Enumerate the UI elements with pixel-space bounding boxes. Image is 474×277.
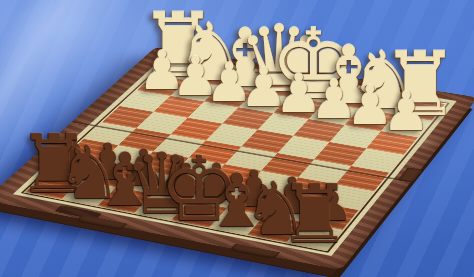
- blue-tablecloth-background: ♜♞♝♛♚♝♞♜♟♟♟♟♟♟♟♟♟♟♟♟♟♟♟♟♜♞♝♛♚♝♞♜: [0, 0, 474, 277]
- board-foot-left: [75, 215, 127, 230]
- board-foot-right: [229, 244, 280, 260]
